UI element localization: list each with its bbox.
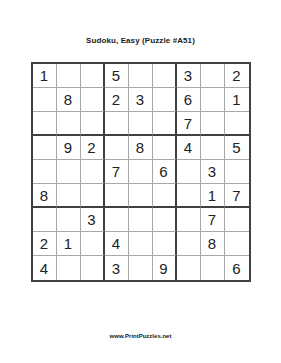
- cell-r3c6[interactable]: [153, 112, 177, 136]
- cell-r1c9[interactable]: 2: [225, 64, 249, 88]
- cell-r2c3[interactable]: [81, 88, 105, 112]
- cell-r2c5[interactable]: 3: [129, 88, 153, 112]
- cell-r7c1[interactable]: [33, 208, 57, 232]
- cell-r1c5[interactable]: [129, 64, 153, 88]
- cell-r1c1[interactable]: 1: [33, 64, 57, 88]
- cell-r5c2[interactable]: [57, 160, 81, 184]
- cell-r6c2[interactable]: [57, 184, 81, 208]
- cell-r8c3[interactable]: [81, 232, 105, 256]
- cell-r4c8[interactable]: [201, 136, 225, 160]
- cell-r8c2[interactable]: 1: [57, 232, 81, 256]
- cell-r7c5[interactable]: [129, 208, 153, 232]
- cell-r1c7[interactable]: 3: [177, 64, 201, 88]
- cell-r7c2[interactable]: [57, 208, 81, 232]
- page-title: Sudoku, Easy (Puzzle #A51): [86, 36, 195, 45]
- cell-r8c6[interactable]: [153, 232, 177, 256]
- sudoku-grid: 1532823617928457638173721484396: [31, 62, 251, 282]
- cell-r4c1[interactable]: [33, 136, 57, 160]
- cell-r9c6[interactable]: 9: [153, 256, 177, 280]
- cell-r3c1[interactable]: [33, 112, 57, 136]
- cell-r6c7[interactable]: [177, 184, 201, 208]
- cell-r5c8[interactable]: 3: [201, 160, 225, 184]
- cell-r8c5[interactable]: [129, 232, 153, 256]
- cell-r5c6[interactable]: 6: [153, 160, 177, 184]
- cell-r9c8[interactable]: [201, 256, 225, 280]
- cell-r9c9[interactable]: 6: [225, 256, 249, 280]
- cell-r2c1[interactable]: [33, 88, 57, 112]
- cell-r5c4[interactable]: 7: [105, 160, 129, 184]
- cell-r9c5[interactable]: [129, 256, 153, 280]
- cell-r4c3[interactable]: 2: [81, 136, 105, 160]
- cell-r6c1[interactable]: 8: [33, 184, 57, 208]
- cell-r5c7[interactable]: [177, 160, 201, 184]
- footer-site-url: www.PrintPuzzles.net: [0, 333, 281, 339]
- cell-r2c9[interactable]: 1: [225, 88, 249, 112]
- cell-r1c3[interactable]: [81, 64, 105, 88]
- cell-r4c6[interactable]: [153, 136, 177, 160]
- cell-r2c4[interactable]: 2: [105, 88, 129, 112]
- cell-r4c9[interactable]: 5: [225, 136, 249, 160]
- cell-r8c1[interactable]: 2: [33, 232, 57, 256]
- cell-r6c3[interactable]: [81, 184, 105, 208]
- cell-r7c4[interactable]: [105, 208, 129, 232]
- cell-r3c8[interactable]: [201, 112, 225, 136]
- cell-r6c5[interactable]: [129, 184, 153, 208]
- cell-r2c2[interactable]: 8: [57, 88, 81, 112]
- cell-r3c9[interactable]: [225, 112, 249, 136]
- cell-r2c8[interactable]: [201, 88, 225, 112]
- cell-r8c8[interactable]: 8: [201, 232, 225, 256]
- cell-r3c2[interactable]: [57, 112, 81, 136]
- puzzle-page: Sudoku, Easy (Puzzle #A51) 1532823617928…: [0, 0, 281, 363]
- cell-r2c6[interactable]: [153, 88, 177, 112]
- cell-r6c8[interactable]: 1: [201, 184, 225, 208]
- cell-r7c3[interactable]: 3: [81, 208, 105, 232]
- cell-r4c4[interactable]: [105, 136, 129, 160]
- cell-r9c1[interactable]: 4: [33, 256, 57, 280]
- cell-r1c4[interactable]: 5: [105, 64, 129, 88]
- cell-r1c8[interactable]: [201, 64, 225, 88]
- cell-r8c7[interactable]: [177, 232, 201, 256]
- cell-r3c7[interactable]: 7: [177, 112, 201, 136]
- cell-r4c7[interactable]: 4: [177, 136, 201, 160]
- cell-r5c9[interactable]: [225, 160, 249, 184]
- cell-r3c5[interactable]: [129, 112, 153, 136]
- cell-r1c2[interactable]: [57, 64, 81, 88]
- cell-r5c1[interactable]: [33, 160, 57, 184]
- cell-r9c2[interactable]: [57, 256, 81, 280]
- cell-r8c4[interactable]: 4: [105, 232, 129, 256]
- cell-r7c7[interactable]: [177, 208, 201, 232]
- cell-r3c4[interactable]: [105, 112, 129, 136]
- cell-r3c3[interactable]: [81, 112, 105, 136]
- cell-r9c4[interactable]: 3: [105, 256, 129, 280]
- cell-r6c9[interactable]: 7: [225, 184, 249, 208]
- cell-r8c9[interactable]: [225, 232, 249, 256]
- cell-r6c6[interactable]: [153, 184, 177, 208]
- cell-r9c7[interactable]: [177, 256, 201, 280]
- cell-r7c8[interactable]: 7: [201, 208, 225, 232]
- cell-r2c7[interactable]: 6: [177, 88, 201, 112]
- cell-r4c5[interactable]: 8: [129, 136, 153, 160]
- cell-r7c6[interactable]: [153, 208, 177, 232]
- cell-r1c6[interactable]: [153, 64, 177, 88]
- cell-r5c3[interactable]: [81, 160, 105, 184]
- cell-r6c4[interactable]: [105, 184, 129, 208]
- cell-r4c2[interactable]: 9: [57, 136, 81, 160]
- cell-r5c5[interactable]: [129, 160, 153, 184]
- cell-r7c9[interactable]: [225, 208, 249, 232]
- cell-r9c3[interactable]: [81, 256, 105, 280]
